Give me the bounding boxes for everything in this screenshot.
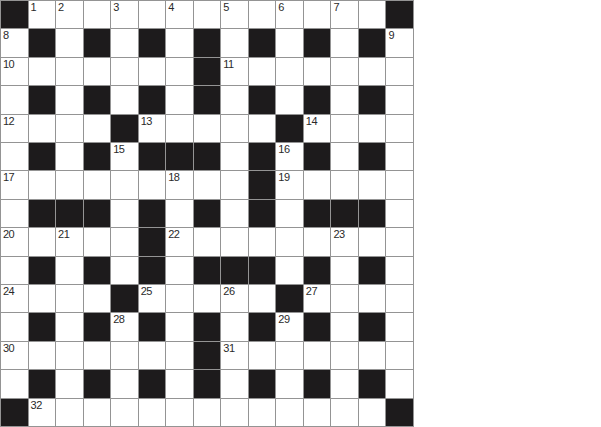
black-cell-r11c9 <box>249 313 276 340</box>
cell-r8c12[interactable]: 23 <box>331 228 358 255</box>
black-cell-r9c5 <box>139 257 166 284</box>
black-cell-r3c5 <box>139 86 166 113</box>
cell-r5c0[interactable] <box>1 143 28 170</box>
cell-r5c10[interactable]: 16 <box>276 143 303 170</box>
cell-r12c8[interactable]: 31 <box>221 342 248 369</box>
clue-number-25: 25 <box>141 285 152 298</box>
clue-number-7: 7 <box>333 1 339 14</box>
clue-number-22: 22 <box>168 228 179 241</box>
cell-r4c7[interactable] <box>194 115 221 142</box>
black-cell-r3c3 <box>84 86 111 113</box>
cell-r5c12[interactable] <box>331 143 358 170</box>
cell-r12c12[interactable] <box>331 342 358 369</box>
clue-number-15: 15 <box>113 143 124 156</box>
cell-r11c8[interactable] <box>221 313 248 340</box>
cell-r0c4[interactable]: 3 <box>111 1 138 28</box>
black-cell-r8c5 <box>139 228 166 255</box>
cell-r2c4[interactable] <box>111 58 138 85</box>
black-cell-r5c7 <box>194 143 221 170</box>
cell-r12c1[interactable] <box>29 342 56 369</box>
clue-number-31: 31 <box>223 342 234 355</box>
cell-r4c8[interactable] <box>221 115 248 142</box>
black-cell-r9c1 <box>29 257 56 284</box>
cell-r4c5[interactable]: 13 <box>139 115 166 142</box>
cell-r1c8[interactable] <box>221 29 248 56</box>
black-cell-r5c1 <box>29 143 56 170</box>
cell-r14c12[interactable] <box>331 399 358 426</box>
black-cell-r10c10 <box>276 285 303 312</box>
black-cell-r7c13 <box>359 200 386 227</box>
clue-number-20: 20 <box>3 228 14 241</box>
clue-number-19: 19 <box>278 171 289 184</box>
cell-r9c14[interactable] <box>386 257 413 284</box>
black-cell-r3c13 <box>359 86 386 113</box>
cell-r6c14[interactable] <box>386 171 413 198</box>
cell-r6c0[interactable]: 17 <box>1 171 28 198</box>
cell-r2c12[interactable] <box>331 58 358 85</box>
cell-r6c11[interactable] <box>304 171 331 198</box>
cell-r3c2[interactable] <box>56 86 83 113</box>
clue-number-23: 23 <box>333 228 344 241</box>
cell-r10c5[interactable]: 25 <box>139 285 166 312</box>
cell-r3c14[interactable] <box>386 86 413 113</box>
cell-r0c7[interactable] <box>194 1 221 28</box>
cell-r8c6[interactable]: 22 <box>166 228 193 255</box>
black-cell-r3c1 <box>29 86 56 113</box>
black-cell-r5c6 <box>166 143 193 170</box>
cell-r2c1[interactable] <box>29 58 56 85</box>
cell-r14c3[interactable] <box>84 399 111 426</box>
cell-r12c0[interactable]: 30 <box>1 342 28 369</box>
black-cell-r13c11 <box>304 370 331 397</box>
black-cell-r5c13 <box>359 143 386 170</box>
black-cell-r14c0 <box>1 399 28 426</box>
cell-r8c3[interactable] <box>84 228 111 255</box>
cell-r9c12[interactable] <box>331 257 358 284</box>
cell-r8c7[interactable] <box>194 228 221 255</box>
cell-r7c10[interactable] <box>276 200 303 227</box>
cell-r2c13[interactable] <box>359 58 386 85</box>
cell-r2c10[interactable] <box>276 58 303 85</box>
cell-r8c4[interactable] <box>111 228 138 255</box>
cell-r4c11[interactable]: 14 <box>304 115 331 142</box>
cell-r4c1[interactable] <box>29 115 56 142</box>
black-cell-r2c7 <box>194 58 221 85</box>
clue-number-1: 1 <box>31 1 37 14</box>
cell-r11c0[interactable] <box>1 313 28 340</box>
crossword-grid: 1234567891011121314151617181920212223242… <box>0 0 414 427</box>
black-cell-r13c3 <box>84 370 111 397</box>
cell-r12c14[interactable] <box>386 342 413 369</box>
cell-r0c11[interactable] <box>304 1 331 28</box>
cell-r2c3[interactable] <box>84 58 111 85</box>
cell-r0c9[interactable] <box>249 1 276 28</box>
cell-r12c11[interactable] <box>304 342 331 369</box>
cell-r8c13[interactable] <box>359 228 386 255</box>
black-cell-r5c5 <box>139 143 166 170</box>
cell-r8c8[interactable] <box>221 228 248 255</box>
black-cell-r7c3 <box>84 200 111 227</box>
cell-r14c10[interactable] <box>276 399 303 426</box>
cell-r11c10[interactable]: 29 <box>276 313 303 340</box>
black-cell-r5c11 <box>304 143 331 170</box>
clue-number-16: 16 <box>278 143 289 156</box>
clue-number-26: 26 <box>223 285 234 298</box>
cell-r1c12[interactable] <box>331 29 358 56</box>
black-cell-r9c13 <box>359 257 386 284</box>
clue-number-5: 5 <box>223 1 229 14</box>
clue-number-13: 13 <box>141 115 152 128</box>
cell-r10c2[interactable] <box>56 285 83 312</box>
cell-r13c8[interactable] <box>221 370 248 397</box>
black-cell-r7c5 <box>139 200 166 227</box>
cell-r5c14[interactable] <box>386 143 413 170</box>
black-cell-r11c1 <box>29 313 56 340</box>
cell-r11c6[interactable] <box>166 313 193 340</box>
cell-r10c12[interactable] <box>331 285 358 312</box>
cell-r11c4[interactable]: 28 <box>111 313 138 340</box>
cell-r12c3[interactable] <box>84 342 111 369</box>
page: 1234567891011121314151617181920212223242… <box>0 0 601 427</box>
cell-r5c2[interactable] <box>56 143 83 170</box>
cell-r10c1[interactable] <box>29 285 56 312</box>
clue-number-17: 17 <box>3 171 14 184</box>
black-cell-r11c7 <box>194 313 221 340</box>
cell-r0c8[interactable]: 5 <box>221 1 248 28</box>
cell-r13c0[interactable] <box>1 370 28 397</box>
cell-r7c6[interactable] <box>166 200 193 227</box>
black-cell-r13c5 <box>139 370 166 397</box>
cell-r12c9[interactable] <box>249 342 276 369</box>
black-cell-r7c1 <box>29 200 56 227</box>
cell-r13c2[interactable] <box>56 370 83 397</box>
cell-r7c4[interactable] <box>111 200 138 227</box>
cell-r8c2[interactable]: 21 <box>56 228 83 255</box>
black-cell-r4c10 <box>276 115 303 142</box>
black-cell-r14c14 <box>386 399 413 426</box>
clue-number-24: 24 <box>3 285 14 298</box>
clue-number-29: 29 <box>278 313 289 326</box>
cell-r6c4[interactable] <box>111 171 138 198</box>
cell-r12c4[interactable] <box>111 342 138 369</box>
cell-r4c13[interactable] <box>359 115 386 142</box>
cell-r1c2[interactable] <box>56 29 83 56</box>
cell-r6c7[interactable] <box>194 171 221 198</box>
black-cell-r7c9 <box>249 200 276 227</box>
cell-r10c8[interactable]: 26 <box>221 285 248 312</box>
cell-r5c4[interactable]: 15 <box>111 143 138 170</box>
cell-r13c12[interactable] <box>331 370 358 397</box>
cell-r14c13[interactable] <box>359 399 386 426</box>
black-cell-r3c11 <box>304 86 331 113</box>
clue-number-11: 11 <box>223 58 233 71</box>
cell-r10c14[interactable] <box>386 285 413 312</box>
cell-r2c6[interactable] <box>166 58 193 85</box>
cell-r3c0[interactable] <box>1 86 28 113</box>
cell-r14c8[interactable] <box>221 399 248 426</box>
black-cell-r1c9 <box>249 29 276 56</box>
black-cell-r4c4 <box>111 115 138 142</box>
cell-r8c0[interactable]: 20 <box>1 228 28 255</box>
black-cell-r1c7 <box>194 29 221 56</box>
cell-r6c3[interactable] <box>84 171 111 198</box>
black-cell-r11c5 <box>139 313 166 340</box>
cell-r8c9[interactable] <box>249 228 276 255</box>
black-cell-r7c2 <box>56 200 83 227</box>
cell-r6c5[interactable] <box>139 171 166 198</box>
clue-number-18: 18 <box>168 171 179 184</box>
cell-r0c3[interactable] <box>84 1 111 28</box>
cell-r9c10[interactable] <box>276 257 303 284</box>
cell-r6c10[interactable]: 19 <box>276 171 303 198</box>
cell-r1c4[interactable] <box>111 29 138 56</box>
cell-r7c14[interactable] <box>386 200 413 227</box>
cell-r3c12[interactable] <box>331 86 358 113</box>
cell-r0c13[interactable] <box>359 1 386 28</box>
black-cell-r7c11 <box>304 200 331 227</box>
black-cell-r1c3 <box>84 29 111 56</box>
cell-r14c5[interactable] <box>139 399 166 426</box>
cell-r8c14[interactable] <box>386 228 413 255</box>
clue-number-4: 4 <box>168 1 174 14</box>
cell-r10c9[interactable] <box>249 285 276 312</box>
black-cell-r6c9 <box>249 171 276 198</box>
cell-r13c6[interactable] <box>166 370 193 397</box>
clue-number-30: 30 <box>3 342 14 355</box>
cell-r2c9[interactable] <box>249 58 276 85</box>
cell-r14c2[interactable] <box>56 399 83 426</box>
black-cell-r13c7 <box>194 370 221 397</box>
clue-number-28: 28 <box>113 313 124 326</box>
cell-r6c1[interactable] <box>29 171 56 198</box>
cell-r7c0[interactable] <box>1 200 28 227</box>
black-cell-r10c4 <box>111 285 138 312</box>
clue-number-12: 12 <box>3 115 14 128</box>
cell-r2c14[interactable] <box>386 58 413 85</box>
cell-r4c2[interactable] <box>56 115 83 142</box>
cell-r9c2[interactable] <box>56 257 83 284</box>
cell-r13c4[interactable] <box>111 370 138 397</box>
cell-r11c12[interactable] <box>331 313 358 340</box>
cell-r13c14[interactable] <box>386 370 413 397</box>
cell-r8c11[interactable] <box>304 228 331 255</box>
cell-r8c10[interactable] <box>276 228 303 255</box>
cell-r0c12[interactable]: 7 <box>331 1 358 28</box>
cell-r11c14[interactable] <box>386 313 413 340</box>
black-cell-r5c3 <box>84 143 111 170</box>
cell-r0c10[interactable]: 6 <box>276 1 303 28</box>
cell-r12c5[interactable] <box>139 342 166 369</box>
cell-r14c6[interactable] <box>166 399 193 426</box>
clue-number-10: 10 <box>3 58 14 71</box>
cell-r6c2[interactable] <box>56 171 83 198</box>
black-cell-r7c7 <box>194 200 221 227</box>
cell-r14c9[interactable] <box>249 399 276 426</box>
cell-r6c12[interactable] <box>331 171 358 198</box>
cell-r7c8[interactable] <box>221 200 248 227</box>
black-cell-r13c1 <box>29 370 56 397</box>
cell-r6c8[interactable] <box>221 171 248 198</box>
cell-r10c7[interactable] <box>194 285 221 312</box>
cell-r13c10[interactable] <box>276 370 303 397</box>
black-cell-r7c12 <box>331 200 358 227</box>
black-cell-r1c1 <box>29 29 56 56</box>
clue-number-32: 32 <box>31 399 42 412</box>
cell-r1c6[interactable] <box>166 29 193 56</box>
cell-r3c4[interactable] <box>111 86 138 113</box>
black-cell-r11c13 <box>359 313 386 340</box>
clue-number-21: 21 <box>58 228 69 241</box>
cell-r2c11[interactable] <box>304 58 331 85</box>
cell-r4c9[interactable] <box>249 115 276 142</box>
cell-r9c4[interactable] <box>111 257 138 284</box>
black-cell-r11c3 <box>84 313 111 340</box>
cell-r4c12[interactable] <box>331 115 358 142</box>
black-cell-r9c7 <box>194 257 221 284</box>
cell-r4c0[interactable]: 12 <box>1 115 28 142</box>
cell-r0c5[interactable] <box>139 1 166 28</box>
cell-r8c1[interactable] <box>29 228 56 255</box>
cell-r1c14[interactable]: 9 <box>386 29 413 56</box>
black-cell-r1c5 <box>139 29 166 56</box>
cell-r12c6[interactable] <box>166 342 193 369</box>
black-cell-r1c13 <box>359 29 386 56</box>
cell-r9c0[interactable] <box>1 257 28 284</box>
cell-r2c8[interactable]: 11 <box>221 58 248 85</box>
cell-r6c6[interactable]: 18 <box>166 171 193 198</box>
black-cell-r0c0 <box>1 1 28 28</box>
cell-r10c13[interactable] <box>359 285 386 312</box>
black-cell-r3c9 <box>249 86 276 113</box>
cell-r2c2[interactable] <box>56 58 83 85</box>
cell-r6c13[interactable] <box>359 171 386 198</box>
cell-r14c11[interactable] <box>304 399 331 426</box>
clue-number-14: 14 <box>306 115 317 128</box>
clue-number-6: 6 <box>278 1 284 14</box>
cell-r10c11[interactable]: 27 <box>304 285 331 312</box>
black-cell-r9c3 <box>84 257 111 284</box>
cell-r10c3[interactable] <box>84 285 111 312</box>
cell-r0c2[interactable]: 2 <box>56 1 83 28</box>
clue-number-27: 27 <box>306 285 317 298</box>
cell-r2c5[interactable] <box>139 58 166 85</box>
cell-r12c10[interactable] <box>276 342 303 369</box>
cell-r4c3[interactable] <box>84 115 111 142</box>
black-cell-r5c9 <box>249 143 276 170</box>
cell-r14c1[interactable]: 32 <box>29 399 56 426</box>
cell-r4c14[interactable] <box>386 115 413 142</box>
black-cell-r1c11 <box>304 29 331 56</box>
cell-r1c10[interactable] <box>276 29 303 56</box>
cell-r0c1[interactable]: 1 <box>29 1 56 28</box>
black-cell-r9c11 <box>304 257 331 284</box>
cell-r1c0[interactable]: 8 <box>1 29 28 56</box>
black-cell-r9c8 <box>221 257 248 284</box>
cell-r11c2[interactable] <box>56 313 83 340</box>
cell-r2c0[interactable]: 10 <box>1 58 28 85</box>
cell-r10c0[interactable]: 24 <box>1 285 28 312</box>
cell-r12c2[interactable] <box>56 342 83 369</box>
cell-r12c13[interactable] <box>359 342 386 369</box>
clue-number-8: 8 <box>3 29 9 42</box>
cell-r3c6[interactable] <box>166 86 193 113</box>
black-cell-r11c11 <box>304 313 331 340</box>
clue-number-2: 2 <box>58 1 64 14</box>
cell-r14c4[interactable] <box>111 399 138 426</box>
cell-r9c6[interactable] <box>166 257 193 284</box>
black-cell-r13c13 <box>359 370 386 397</box>
cell-r14c7[interactable] <box>194 399 221 426</box>
clue-number-3: 3 <box>113 1 119 14</box>
black-cell-r0c14 <box>386 1 413 28</box>
black-cell-r13c9 <box>249 370 276 397</box>
clue-number-9: 9 <box>388 29 394 42</box>
black-cell-r3c7 <box>194 86 221 113</box>
cell-r4c6[interactable] <box>166 115 193 142</box>
black-cell-r9c9 <box>249 257 276 284</box>
cell-r3c10[interactable] <box>276 86 303 113</box>
cell-r10c6[interactable] <box>166 285 193 312</box>
cell-r0c6[interactable]: 4 <box>166 1 193 28</box>
cell-r5c8[interactable] <box>221 143 248 170</box>
cell-r3c8[interactable] <box>221 86 248 113</box>
black-cell-r12c7 <box>194 342 221 369</box>
